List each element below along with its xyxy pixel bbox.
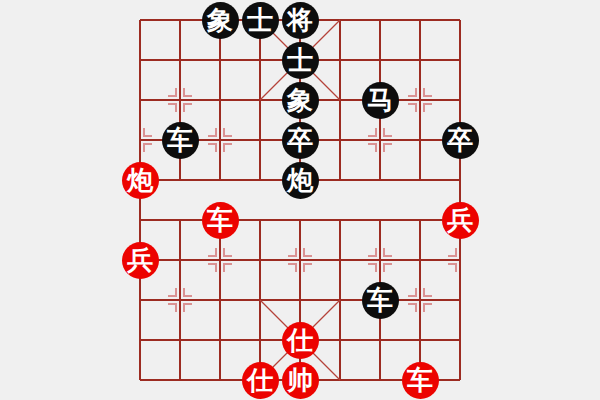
piece-black-elephant[interactable]: 象 (202, 2, 239, 39)
piece-black-soldier[interactable]: 卒 (442, 122, 479, 159)
piece-black-chariot[interactable]: 车 (162, 122, 199, 159)
piece-black-chariot[interactable]: 车 (362, 282, 399, 319)
board-intersections[interactable]: 象士将士象马车卒卒炮炮车兵兵车仕仕帅车 (120, 0, 480, 400)
piece-red-soldier[interactable]: 兵 (122, 242, 159, 279)
piece-red-soldier[interactable]: 兵 (442, 202, 479, 239)
piece-red-cannon[interactable]: 炮 (122, 162, 159, 199)
piece-red-general[interactable]: 帅 (282, 362, 319, 399)
piece-black-cannon[interactable]: 炮 (282, 162, 319, 199)
piece-red-advisor[interactable]: 仕 (282, 322, 319, 359)
piece-black-elephant[interactable]: 象 (282, 82, 319, 119)
piece-red-chariot[interactable]: 车 (202, 202, 239, 239)
piece-red-chariot[interactable]: 车 (402, 362, 439, 399)
piece-black-soldier[interactable]: 卒 (282, 122, 319, 159)
piece-black-general[interactable]: 将 (282, 2, 319, 39)
xiangqi-app: 象士将士象马车卒卒炮炮车兵兵车仕仕帅车 (0, 0, 600, 400)
piece-black-advisor[interactable]: 士 (242, 2, 279, 39)
piece-black-advisor[interactable]: 士 (282, 42, 319, 79)
piece-red-advisor[interactable]: 仕 (242, 362, 279, 399)
piece-black-horse[interactable]: 马 (362, 82, 399, 119)
